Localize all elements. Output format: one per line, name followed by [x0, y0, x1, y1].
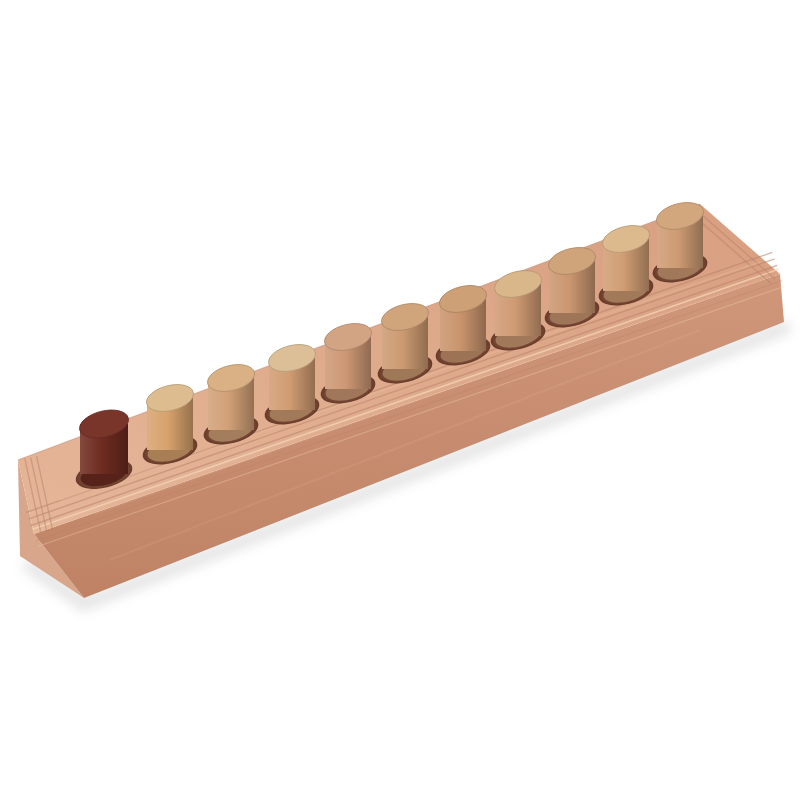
product-photo-scene [0, 0, 800, 800]
